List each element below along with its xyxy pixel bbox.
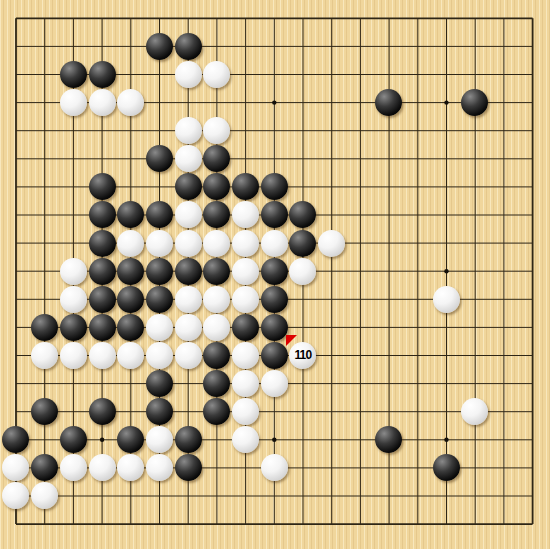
board-intersection — [30, 454, 59, 482]
stone-white[interactable] — [433, 286, 460, 313]
stone-white[interactable] — [232, 426, 259, 453]
board-intersection — [231, 313, 260, 341]
stone-white[interactable] — [60, 286, 87, 313]
stone-black[interactable] — [89, 258, 116, 285]
stone-black[interactable] — [261, 314, 288, 341]
board-intersection — [174, 257, 203, 285]
stone-black[interactable] — [146, 370, 173, 397]
board-intersection — [260, 229, 289, 257]
stone-black[interactable] — [60, 314, 87, 341]
stone-white[interactable] — [175, 342, 202, 369]
board-intersection — [317, 229, 346, 257]
board-intersection — [202, 117, 231, 145]
board-intersection — [116, 341, 145, 369]
board-intersection — [375, 89, 404, 117]
board-intersection — [145, 313, 174, 341]
stone-white[interactable] — [89, 89, 116, 116]
stone-white[interactable] — [146, 426, 173, 453]
stone-black[interactable] — [261, 286, 288, 313]
stone-black[interactable] — [203, 398, 230, 425]
stone-white[interactable] — [203, 117, 230, 144]
board-intersection — [59, 426, 88, 454]
board-intersection — [145, 201, 174, 229]
stone-white[interactable] — [203, 314, 230, 341]
board-intersection — [88, 173, 117, 201]
stone-black[interactable] — [175, 258, 202, 285]
move-number-label: 110 — [289, 342, 316, 369]
stone-black[interactable] — [461, 89, 488, 116]
stone-black[interactable] — [117, 286, 144, 313]
stone-black[interactable] — [261, 173, 288, 200]
stone-white[interactable] — [175, 230, 202, 257]
board-intersection — [30, 398, 59, 426]
stone-white[interactable] — [232, 230, 259, 257]
board-intersection — [202, 398, 231, 426]
stone-white[interactable] — [232, 258, 259, 285]
board-intersection — [174, 229, 203, 257]
board-intersection — [231, 369, 260, 397]
board-intersection — [145, 285, 174, 313]
board-intersection — [145, 145, 174, 173]
stone-black[interactable] — [289, 230, 316, 257]
board-intersection — [116, 426, 145, 454]
stone-black[interactable] — [175, 33, 202, 60]
board-intersection — [88, 257, 117, 285]
stone-black[interactable] — [232, 314, 259, 341]
board-intersection — [88, 398, 117, 426]
stone-white[interactable] — [117, 342, 144, 369]
board-intersection — [59, 341, 88, 369]
board-intersection — [88, 454, 117, 482]
board-intersection — [202, 313, 231, 341]
stone-black[interactable] — [89, 286, 116, 313]
stone-white[interactable] — [146, 230, 173, 257]
stone-white[interactable] — [203, 61, 230, 88]
board-intersection — [88, 229, 117, 257]
stone-black[interactable] — [117, 314, 144, 341]
stone-white[interactable] — [232, 370, 259, 397]
stone-white[interactable] — [175, 61, 202, 88]
stone-white[interactable] — [60, 454, 87, 481]
stone-black[interactable] — [146, 33, 173, 60]
stone-white[interactable] — [261, 230, 288, 257]
board-intersection — [202, 145, 231, 173]
stone-white[interactable] — [175, 145, 202, 172]
stone-black[interactable] — [31, 454, 58, 481]
stone-white[interactable] — [2, 454, 29, 481]
board-intersection: 110 — [289, 341, 318, 369]
board-intersection — [202, 229, 231, 257]
board-intersection — [260, 454, 289, 482]
stone-black[interactable] — [89, 61, 116, 88]
board-intersection — [59, 257, 88, 285]
stone-white[interactable] — [232, 342, 259, 369]
stone-black[interactable] — [89, 230, 116, 257]
board-intersection — [202, 285, 231, 313]
board-intersection — [2, 482, 31, 510]
board-intersection — [174, 313, 203, 341]
stone-black[interactable] — [146, 145, 173, 172]
board-intersection — [88, 341, 117, 369]
stone-black[interactable] — [117, 258, 144, 285]
board-intersection — [260, 285, 289, 313]
stone-black[interactable] — [375, 426, 402, 453]
stone-black[interactable] — [375, 89, 402, 116]
board-intersection — [174, 426, 203, 454]
board-intersection — [116, 89, 145, 117]
stone-white[interactable] — [232, 201, 259, 228]
board-intersection — [231, 173, 260, 201]
board-intersection — [145, 426, 174, 454]
board-intersection — [174, 117, 203, 145]
stone-white-last-move[interactable]: 110 — [289, 342, 316, 369]
board-intersection — [30, 313, 59, 341]
stone-black[interactable] — [203, 342, 230, 369]
stone-white[interactable] — [117, 230, 144, 257]
stone-black[interactable] — [203, 370, 230, 397]
board-intersection — [59, 285, 88, 313]
board-intersection — [289, 229, 318, 257]
board-intersection — [174, 341, 203, 369]
board-intersection — [231, 426, 260, 454]
stone-black[interactable] — [203, 201, 230, 228]
board-intersection — [375, 426, 404, 454]
stone-black[interactable] — [31, 398, 58, 425]
board-intersection — [202, 341, 231, 369]
board-intersection — [145, 257, 174, 285]
stone-white[interactable] — [261, 454, 288, 481]
stone-black[interactable] — [60, 61, 87, 88]
stone-black[interactable] — [89, 398, 116, 425]
stone-black[interactable] — [175, 454, 202, 481]
board-intersection — [202, 257, 231, 285]
board-intersection — [88, 285, 117, 313]
stone-white[interactable] — [89, 342, 116, 369]
stone-white[interactable] — [232, 286, 259, 313]
board-intersection — [88, 60, 117, 88]
board-intersection — [145, 454, 174, 482]
board-intersection — [432, 454, 461, 482]
stone-black[interactable] — [146, 201, 173, 228]
stone-white[interactable] — [60, 89, 87, 116]
stone-black[interactable] — [31, 314, 58, 341]
board-intersection — [260, 257, 289, 285]
stone-black[interactable] — [117, 201, 144, 228]
stone-black[interactable] — [261, 258, 288, 285]
board-intersection — [231, 229, 260, 257]
board-intersection — [202, 60, 231, 88]
board-intersection — [88, 313, 117, 341]
stone-white[interactable] — [175, 314, 202, 341]
stone-black[interactable] — [433, 454, 460, 481]
stone-white[interactable] — [318, 230, 345, 257]
board-intersection — [88, 89, 117, 117]
stone-white[interactable] — [117, 89, 144, 116]
stone-black[interactable] — [232, 173, 259, 200]
board-intersection — [145, 341, 174, 369]
stone-black[interactable] — [261, 201, 288, 228]
stone-white[interactable] — [203, 286, 230, 313]
board-intersection — [116, 454, 145, 482]
stone-white[interactable] — [175, 117, 202, 144]
board-intersection — [116, 285, 145, 313]
stone-black[interactable] — [89, 173, 116, 200]
board-intersection — [260, 369, 289, 397]
board-intersection — [30, 482, 59, 510]
stone-white[interactable] — [89, 454, 116, 481]
stone-white[interactable] — [261, 370, 288, 397]
board-intersection — [145, 32, 174, 60]
stone-white[interactable] — [146, 342, 173, 369]
stone-white[interactable] — [117, 454, 144, 481]
board-intersection — [231, 341, 260, 369]
stone-white[interactable] — [146, 454, 173, 481]
board-intersection — [174, 145, 203, 173]
board-intersection — [2, 454, 31, 482]
board-intersection — [59, 454, 88, 482]
stone-white[interactable] — [31, 342, 58, 369]
board-intersection — [202, 369, 231, 397]
stone-white[interactable] — [175, 286, 202, 313]
board-intersection — [145, 369, 174, 397]
stone-white[interactable] — [232, 398, 259, 425]
board-intersection — [2, 426, 31, 454]
board-intersection — [260, 173, 289, 201]
stone-white[interactable] — [146, 314, 173, 341]
board-intersection — [145, 229, 174, 257]
stone-black[interactable] — [2, 426, 29, 453]
stone-black[interactable] — [89, 314, 116, 341]
board-intersection — [116, 313, 145, 341]
board-intersection — [260, 341, 289, 369]
board-intersection — [116, 201, 145, 229]
board-intersection — [116, 257, 145, 285]
stone-white[interactable] — [289, 258, 316, 285]
board-intersection — [59, 89, 88, 117]
stone-black[interactable] — [117, 426, 144, 453]
stone-black[interactable] — [89, 201, 116, 228]
board-intersection — [30, 341, 59, 369]
board-intersection — [88, 201, 117, 229]
stone-black[interactable] — [60, 426, 87, 453]
stones-layer: 110 — [2, 4, 547, 538]
board-intersection — [231, 285, 260, 313]
stone-white[interactable] — [175, 201, 202, 228]
stone-black[interactable] — [175, 426, 202, 453]
board-intersection — [260, 201, 289, 229]
stone-black[interactable] — [146, 398, 173, 425]
stone-black[interactable] — [146, 258, 173, 285]
board-intersection — [289, 257, 318, 285]
stone-black[interactable] — [203, 145, 230, 172]
board-intersection — [174, 60, 203, 88]
stone-black[interactable] — [146, 286, 173, 313]
go-board[interactable]: 110 — [0, 0, 550, 549]
board-intersection — [461, 398, 490, 426]
stone-white[interactable] — [2, 482, 29, 509]
board-intersection — [116, 229, 145, 257]
board-intersection — [231, 201, 260, 229]
stone-white[interactable] — [461, 398, 488, 425]
stone-black[interactable] — [203, 258, 230, 285]
stone-white[interactable] — [203, 230, 230, 257]
board-intersection — [260, 313, 289, 341]
board-intersection — [145, 398, 174, 426]
stone-white[interactable] — [60, 258, 87, 285]
stone-white[interactable] — [60, 342, 87, 369]
board-intersection — [231, 398, 260, 426]
board-intersection — [461, 89, 490, 117]
board-intersection — [174, 32, 203, 60]
board-intersection — [59, 60, 88, 88]
board-intersection — [231, 257, 260, 285]
stone-black[interactable] — [261, 342, 288, 369]
board-intersection — [174, 173, 203, 201]
board-intersection — [202, 173, 231, 201]
stone-black[interactable] — [203, 173, 230, 200]
stone-black[interactable] — [175, 173, 202, 200]
board-intersection — [289, 201, 318, 229]
board-intersection — [202, 201, 231, 229]
stone-black[interactable] — [289, 201, 316, 228]
stone-white[interactable] — [31, 482, 58, 509]
board-intersection — [432, 285, 461, 313]
board-intersection — [174, 285, 203, 313]
board-intersection — [59, 313, 88, 341]
board-intersection — [174, 454, 203, 482]
board-intersection — [174, 201, 203, 229]
